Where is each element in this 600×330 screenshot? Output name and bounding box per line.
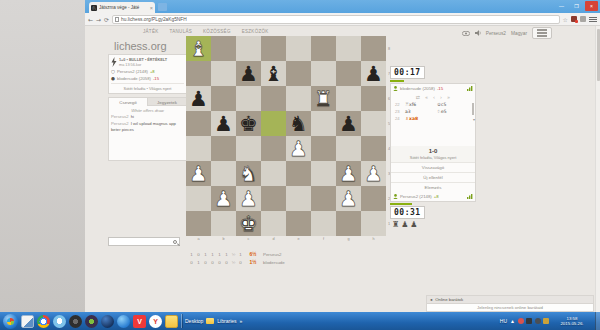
nav-username[interactable]: Perseus2 (486, 31, 506, 36)
black-pawn-b5[interactable]: ♟ (211, 111, 236, 136)
top-player-link[interactable]: blodersude (2058) (400, 86, 435, 91)
square-c8[interactable] (236, 36, 261, 61)
black-move[interactable]: ♘e5 (437, 109, 465, 114)
scroll-down-icon[interactable]: ▾ (473, 117, 475, 122)
address-bar[interactable]: hu.lichess.org/PLgy2aKg5NFH (112, 15, 560, 24)
square-g3[interactable]: ♟ (336, 161, 361, 186)
square-a4[interactable] (186, 136, 211, 161)
square-d2[interactable] (261, 186, 286, 211)
captured-pieces: ♜♟♟ (392, 220, 420, 229)
white-move[interactable]: ♗xa8 (405, 116, 437, 121)
forward-button[interactable]: → (96, 16, 101, 23)
browser-toolbar: ← → ⟳ hu.lichess.org/PLgy2aKg5NFH ☆ (85, 13, 600, 26)
square-h5[interactable] (361, 111, 386, 136)
chat-tab-chat[interactable]: Csevegő (108, 97, 148, 106)
bottom-player-diff: +8 (434, 194, 439, 199)
square-g5[interactable]: ♟ (336, 111, 361, 136)
friends-header[interactable]: ◂ Online barátok (426, 295, 594, 303)
score-cell: ½ (230, 252, 237, 257)
square-d7[interactable]: ♝ (261, 61, 286, 86)
black-pawn-c7[interactable]: ♟ (236, 61, 261, 86)
bottom-player-link[interactable]: Perseus2 (2148) (400, 194, 432, 199)
square-e4[interactable]: ♟ (286, 136, 311, 161)
square-e7[interactable] (286, 61, 311, 86)
flip-board-icon[interactable]: ⇄ (416, 94, 420, 100)
sound-icon[interactable] (475, 30, 481, 36)
move-row-24: 24♗xa8 (395, 115, 471, 122)
square-f5[interactable] (311, 111, 336, 136)
black-move[interactable]: ♔c5 (437, 102, 465, 107)
black-rating-diff: -15 (153, 76, 159, 81)
file-coordinates: abcdefgh (186, 237, 386, 241)
window-maximize-button[interactable]: ❐ (570, 1, 583, 11)
new-tab-button[interactable] (158, 3, 167, 11)
windows-taskbar: VY Desktop Libraries » HU ▲ 13:58 2015.0… (0, 312, 600, 330)
photo-viewer-icon[interactable] (21, 315, 34, 328)
captured-piece: ♜ (392, 220, 401, 229)
square-g4[interactable] (336, 136, 361, 161)
friends-empty-text: Jelenleg nincsenek online barátaid (426, 303, 594, 312)
toolbar-chevron[interactable]: » (240, 318, 243, 324)
square-c2[interactable]: ♟ (236, 186, 261, 211)
black-player-link[interactable]: blodersude (2058) (117, 76, 151, 81)
score-cell: 0 (223, 260, 230, 265)
new-opponent-button[interactable]: Új ellenfél (391, 172, 475, 182)
file-label-g: g (336, 237, 361, 241)
rating-chart-icon[interactable] (467, 86, 473, 91)
square-f7[interactable] (311, 61, 336, 86)
nav-item-közösség[interactable]: KÖZÖSSÉG (203, 29, 231, 34)
square-h4[interactable] (361, 136, 386, 161)
nav-item-eszközök[interactable]: ESZKÖZÖK (242, 29, 269, 34)
white-pawn-g2[interactable]: ♟ (336, 186, 361, 211)
square-a3[interactable]: ♟ (186, 161, 211, 186)
tab-close-icon[interactable]: × (150, 5, 153, 11)
nav-item-játék[interactable]: JÁTÉK (143, 29, 159, 34)
chat-input-icon (173, 240, 177, 244)
square-c6[interactable] (236, 86, 261, 111)
white-rating-diff: +8 (150, 69, 155, 74)
libraries-folder-icon[interactable] (206, 318, 214, 324)
square-e3[interactable] (286, 161, 311, 186)
lichess-logo[interactable]: lichess.org (114, 40, 167, 52)
collapse-icon: ◂ (430, 297, 432, 302)
prev-move-icon[interactable]: ‹ (433, 94, 435, 100)
square-f6[interactable]: ♜ (311, 86, 336, 111)
square-b3[interactable] (211, 161, 236, 186)
result-block: 1-0 Sötét feladta, Világos nyert (391, 146, 475, 162)
white-bishop-a8[interactable]: ♝ (186, 36, 211, 61)
square-d4[interactable] (261, 136, 286, 161)
lichess-favicon-icon: ♘ (91, 5, 97, 11)
square-h1[interactable] (361, 211, 386, 236)
move-number: 22 (395, 102, 405, 107)
nav-language[interactable]: Magyar (511, 31, 527, 36)
desktop-toolbar-label[interactable]: Desktop (185, 318, 203, 324)
square-d8[interactable] (261, 36, 286, 61)
square-b4[interactable] (211, 136, 236, 161)
square-g7[interactable] (336, 61, 361, 86)
black-pawn-a6[interactable]: ♟ (186, 86, 211, 111)
file-label-a: a (186, 237, 211, 241)
player-person-icon (393, 86, 398, 91)
white-knight-c3[interactable]: ♞ (236, 161, 261, 186)
square-e5[interactable]: ♞ (286, 111, 311, 136)
tab-title: Játszma vége - Játé (99, 5, 148, 10)
black-color-icon: ● (111, 76, 115, 81)
white-time-bar (390, 203, 412, 205)
score-cell: 0 (195, 252, 202, 257)
clock-date: 2015.05.26. (560, 321, 583, 326)
square-b6[interactable] (211, 86, 236, 111)
spectators-eye-icon[interactable] (462, 31, 470, 36)
square-c1[interactable]: ♚ (236, 211, 261, 236)
chat-message: Perseus2I wil upload magnus app beter pi… (111, 121, 184, 134)
extension-icon-1[interactable] (571, 16, 577, 22)
score-player-name[interactable]: blodersude (263, 260, 285, 265)
bookmark-star-icon[interactable]: ☆ (563, 16, 568, 23)
white-pawn-c2[interactable]: ♟ (236, 186, 261, 211)
maxthon-icon[interactable] (101, 315, 114, 328)
internet-explorer-icon[interactable] (117, 315, 130, 328)
vivaldi-icon[interactable]: V (133, 315, 146, 328)
chat-tab-notes[interactable]: Jegyzetek (148, 97, 187, 106)
white-pawn-e4[interactable]: ♟ (286, 136, 311, 161)
square-g1[interactable] (336, 211, 361, 236)
chat-input[interactable] (108, 237, 180, 246)
rating-chart-icon[interactable] (467, 194, 473, 199)
clock-time: 13:58 (567, 316, 578, 321)
libraries-label[interactable]: Libraries (217, 318, 236, 324)
move-number: 23 (395, 109, 405, 114)
square-h8[interactable] (361, 36, 386, 61)
black-time-bar (390, 80, 404, 82)
white-pawn-a3[interactable]: ♟ (186, 161, 211, 186)
replay-controls: ⇄«‹›» (391, 93, 475, 101)
tray-update-icon[interactable] (535, 318, 541, 324)
yandex-icon[interactable]: Y (149, 315, 162, 328)
square-f2[interactable] (311, 186, 336, 211)
square-b8[interactable] (211, 36, 236, 61)
white-pawn-h3[interactable]: ♟ (361, 161, 386, 186)
square-c5[interactable]: ♚ (236, 111, 261, 136)
score-cell: 0 (216, 260, 223, 265)
score-cell: 0 (237, 260, 244, 265)
square-d1[interactable] (261, 211, 286, 236)
score-cell: 0 (188, 260, 195, 265)
score-player-name[interactable]: Perseus2 (263, 252, 282, 257)
square-a2[interactable] (186, 186, 211, 211)
captured-piece: ♟ (410, 220, 419, 229)
square-a6[interactable]: ♟ (186, 86, 211, 111)
score-cell: 1 (209, 252, 216, 257)
square-e2[interactable] (286, 186, 311, 211)
game-status-text: Sötét feladta • Világos nyert (111, 86, 184, 91)
player-person-icon (393, 194, 398, 199)
move-row-23: 23a3♘e5 (395, 108, 471, 115)
score-cell: 1 (223, 252, 230, 257)
back-button[interactable]: ← (88, 16, 93, 23)
score-total: 6½ (246, 251, 260, 257)
move-row-22: 22♖xf6♔c5 (395, 101, 471, 108)
square-h2[interactable] (361, 186, 386, 211)
score-cell: 1 (195, 260, 202, 265)
lichess-page: JÁTÉKTANULÁSKÖZÖSSÉGESZKÖZÖK Perseus2 Ma… (85, 26, 600, 312)
match-score-table: 101111½16½Perseus2010000½01½blodersude (188, 250, 285, 266)
white-rook-f6[interactable]: ♜ (311, 86, 336, 111)
square-b5[interactable]: ♟ (211, 111, 236, 136)
score-row-blodersude: 010000½01½blodersude (188, 258, 285, 266)
square-b1[interactable] (211, 211, 236, 236)
browser-window: ♘ Játszma vége - Játé × — ❐ × ← → ⟳ hu.l… (85, 0, 600, 312)
square-c7[interactable]: ♟ (236, 61, 261, 86)
site-nav: JÁTÉKTANULÁSKÖZÖSSÉGESZKÖZÖK (143, 29, 269, 34)
square-f1[interactable] (311, 211, 336, 236)
bullet-lightning-icon (111, 57, 117, 67)
file-label-c: c (236, 237, 261, 241)
black-bishop-d7[interactable]: ♝ (261, 61, 286, 86)
captured-piece: ♟ (401, 220, 410, 229)
chrome-icon[interactable] (37, 315, 50, 328)
black-knight-e5[interactable]: ♞ (286, 111, 311, 136)
hidden-icons-arrow-icon[interactable]: ▲ (510, 318, 515, 324)
move-list: ▾ 22♖xf6♔c523a3♘e524♗xa8 (391, 101, 475, 146)
move-number: 24 (395, 116, 405, 121)
square-d5[interactable] (261, 111, 286, 136)
square-h6[interactable] (361, 86, 386, 111)
move-list-scrollbar[interactable] (472, 103, 474, 115)
score-cell: 1 (237, 252, 244, 257)
folder-icon[interactable] (165, 315, 178, 328)
file-label-h: h (361, 237, 386, 241)
chat-messages: White offers drawPerseus2hiPerseus2I wil… (108, 106, 187, 161)
square-e1[interactable] (286, 211, 311, 236)
square-h7[interactable]: ♟ (361, 61, 386, 86)
opera-icon[interactable] (69, 315, 82, 328)
score-cell: 0 (202, 260, 209, 265)
square-a5[interactable] (186, 111, 211, 136)
black-pawn-h7[interactable]: ♟ (361, 61, 386, 86)
nav-item-tanulás[interactable]: TANULÁS (170, 29, 193, 34)
square-b2[interactable]: ♟ (211, 186, 236, 211)
square-h3[interactable]: ♟ (361, 161, 386, 186)
result-status: Sötét feladta, Világos nyert (391, 155, 475, 160)
top-player-diff: -15 (437, 86, 443, 91)
square-f4[interactable] (311, 136, 336, 161)
tor-browser-icon[interactable] (85, 315, 98, 328)
black-pawn-g5[interactable]: ♟ (336, 111, 361, 136)
white-move[interactable]: a3 (405, 109, 437, 114)
white-king-c1[interactable]: ♚ (236, 211, 261, 236)
square-d3[interactable] (261, 161, 286, 186)
white-color-icon: ○ (111, 69, 115, 74)
square-f8[interactable] (311, 36, 336, 61)
chat-username[interactable]: Perseus2 (111, 114, 129, 119)
black-king-c5[interactable]: ♚ (236, 111, 261, 136)
rank-label-8: 8 (387, 36, 393, 61)
square-a8[interactable]: ♝ (186, 36, 211, 61)
square-c3[interactable]: ♞ (236, 161, 261, 186)
square-a1[interactable] (186, 211, 211, 236)
browser-titlebar: ♘ Játszma vége - Játé × — ❐ × (85, 0, 600, 13)
start-button[interactable] (3, 314, 18, 329)
black-clock: 00:17 (390, 66, 425, 79)
tray-volume-icon[interactable] (518, 318, 524, 324)
last-move-icon[interactable]: » (447, 94, 450, 100)
square-b7[interactable] (211, 61, 236, 86)
white-pawn-b2[interactable]: ♟ (211, 186, 236, 211)
browser-tab[interactable]: ♘ Játszma vége - Játé × (89, 2, 155, 13)
reload-button[interactable]: ⟳ (104, 16, 109, 23)
white-pawn-g3[interactable]: ♟ (336, 161, 361, 186)
file-label-f: f (311, 237, 336, 241)
square-e8[interactable] (286, 36, 311, 61)
game-sidebar: 1+0 • BULLET • ÉRTÉKELT ma 13:56-kor ○ P… (108, 54, 187, 161)
url-text: hu.lichess.org/PLgy2aKg5NFH (121, 17, 187, 22)
next-move-icon[interactable]: › (440, 94, 442, 100)
tray-network-icon[interactable] (526, 318, 532, 324)
time-control-label: 1+0 • BULLET • ÉRTÉKELT (119, 58, 167, 62)
friends-title: Online barátok (435, 297, 463, 302)
chat-username[interactable]: Perseus2 (111, 121, 129, 126)
show-desktop-button[interactable] (595, 312, 600, 330)
online-friends-box: ◂ Online barátok Jelenleg nincsenek onli… (426, 295, 594, 312)
game-date-label: ma 13:56-kor (119, 63, 167, 67)
comodo-icon[interactable] (53, 315, 66, 328)
score-cell: 1 (202, 252, 209, 257)
page-icon (115, 17, 119, 22)
browser-menu-icon[interactable] (589, 16, 597, 23)
game-result: 1-0 (391, 148, 475, 154)
game-info-box: 1+0 • BULLET • ÉRTÉKELT ma 13:56-kor ○ P… (108, 54, 187, 94)
first-move-icon[interactable]: « (425, 94, 428, 100)
taskbar-clock[interactable]: 13:58 2015.05.26. (554, 316, 590, 327)
rematch-button[interactable]: Visszavágó (391, 162, 475, 172)
white-clock: 00:31 (390, 206, 425, 219)
page-scrollbar[interactable] (595, 26, 600, 312)
tray-action-center-icon[interactable] (543, 318, 549, 324)
score-cell: ½ (230, 260, 237, 265)
square-g8[interactable] (336, 36, 361, 61)
file-label-b: b (211, 237, 236, 241)
chessboard-area: ♝♟♝♟♟♜♟♚♞♟♟♟♞♟♟♟♟♟♚ 87654321 abcdefgh (186, 36, 386, 236)
square-f3[interactable] (311, 161, 336, 186)
score-cell: 1 (188, 252, 195, 257)
square-d6[interactable] (261, 86, 286, 111)
square-e6[interactable] (286, 86, 311, 111)
moves-box: blodersude (2058) -15 ⇄«‹›» ▾ 22♖xf6♔c52… (390, 83, 476, 202)
score-cell: 1 (216, 252, 223, 257)
white-player-link[interactable]: Perseus2 (2148) (117, 69, 148, 74)
file-label-e: e (286, 237, 311, 241)
square-a7[interactable] (186, 61, 211, 86)
score-cell: 0 (209, 260, 216, 265)
file-label-d: d (261, 237, 286, 241)
score-row-Perseus2: 101111½16½Perseus2 (188, 250, 285, 258)
extension-icon-2[interactable] (580, 16, 586, 22)
language-indicator[interactable]: HU (500, 318, 507, 324)
window-minimize-button[interactable]: — (555, 1, 568, 11)
window-close-button[interactable]: × (585, 1, 598, 11)
square-g6[interactable] (336, 86, 361, 111)
chessboard: ♝♟♝♟♟♜♟♚♞♟♟♟♞♟♟♟♟♟♚ (186, 36, 386, 236)
chat-tabs: CsevegőJegyzetek (108, 97, 187, 106)
site-menu-icon[interactable] (532, 27, 552, 39)
analysis-button[interactable]: Elemzés (391, 182, 475, 192)
square-c4[interactable] (236, 136, 261, 161)
white-move[interactable]: ♖xf6 (405, 102, 437, 107)
score-total: 1½ (246, 259, 260, 265)
square-g2[interactable]: ♟ (336, 186, 361, 211)
